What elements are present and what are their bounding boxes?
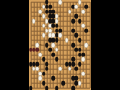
black-stone	[45, 67, 49, 72]
white-stone	[81, 57, 85, 62]
white-stone	[42, 24, 46, 29]
white-stone	[68, 67, 72, 72]
white-stone	[81, 24, 85, 29]
white-stone	[58, 0, 62, 4]
grid-line-vertical	[66, 2, 67, 88]
black-stone	[71, 62, 75, 67]
black-stone	[52, 52, 56, 57]
white-stone	[78, 81, 82, 86]
black-stone	[42, 71, 46, 76]
black-stone	[55, 38, 59, 43]
black-stone	[42, 81, 46, 86]
white-stone	[84, 43, 88, 48]
white-stone	[65, 38, 69, 43]
black-stone	[75, 67, 79, 72]
black-stone	[55, 57, 59, 62]
white-stone	[68, 9, 72, 14]
black-stone	[71, 19, 75, 24]
black-stone	[71, 28, 75, 33]
white-stone	[81, 71, 85, 76]
black-stone	[78, 38, 82, 43]
white-stone	[32, 19, 36, 24]
grid-line-horizontal	[31, 88, 90, 89]
white-stone	[39, 76, 43, 81]
black-stone	[84, 4, 88, 9]
black-stone	[42, 57, 46, 62]
white-stone	[42, 14, 46, 19]
white-stone	[58, 67, 62, 72]
white-stone	[39, 9, 43, 14]
marked-black-stone	[35, 47, 39, 52]
go-board[interactable]	[29, 0, 91, 90]
black-stone	[71, 43, 75, 48]
black-stone	[48, 47, 52, 52]
black-stone	[61, 81, 65, 86]
black-stone	[78, 62, 82, 67]
white-stone	[39, 52, 43, 57]
white-stone	[55, 47, 59, 52]
letterbox-right	[91, 0, 120, 90]
go-app-screenshot	[0, 0, 120, 90]
black-stone	[45, 86, 49, 90]
white-stone	[35, 67, 39, 72]
grid-line-vertical	[63, 2, 64, 88]
white-stone	[42, 33, 46, 38]
white-stone	[75, 4, 79, 9]
white-stone	[52, 43, 56, 48]
black-stone	[52, 76, 56, 81]
grid-line-vertical	[70, 2, 71, 88]
black-stone	[29, 86, 33, 90]
white-stone	[81, 9, 85, 14]
black-stone	[55, 86, 59, 90]
grid-line-vertical	[89, 2, 90, 88]
black-stone	[75, 14, 79, 19]
letterbox-left	[0, 0, 29, 90]
board-grid	[31, 2, 90, 88]
white-stone	[58, 33, 62, 38]
black-stone	[78, 19, 82, 24]
black-stone	[84, 28, 88, 33]
black-stone	[75, 33, 79, 38]
black-stone	[71, 86, 75, 90]
white-stone	[78, 0, 82, 4]
black-stone	[45, 43, 49, 48]
